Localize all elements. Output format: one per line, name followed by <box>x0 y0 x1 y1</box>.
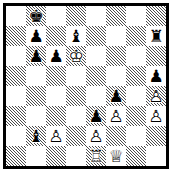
square-a3[interactable] <box>6 106 26 126</box>
square-e6[interactable] <box>86 46 106 66</box>
piece-glyph: ♚ <box>26 6 46 26</box>
square-b7[interactable]: ♟♟ <box>26 26 46 46</box>
piece-glyph: ♙ <box>106 106 126 126</box>
square-e1[interactable]: ♜♖ <box>86 146 106 166</box>
piece-glyph: ♟ <box>46 46 66 66</box>
white-rook[interactable]: ♜♖ <box>86 146 106 166</box>
square-g4[interactable] <box>126 86 146 106</box>
square-e4[interactable] <box>86 86 106 106</box>
piece-glyph: ♝ <box>26 126 46 146</box>
square-d3[interactable] <box>66 106 86 126</box>
square-g6[interactable] <box>126 46 146 66</box>
piece-glyph: ♟ <box>26 46 46 66</box>
square-c5[interactable] <box>46 66 66 86</box>
square-d6[interactable]: ♚♔ <box>66 46 86 66</box>
piece-glyph: ♔ <box>66 46 86 66</box>
square-a2[interactable] <box>6 126 26 146</box>
square-c7[interactable] <box>46 26 66 46</box>
square-a8[interactable] <box>6 6 26 26</box>
square-d7[interactable]: ♝♝ <box>66 26 86 46</box>
square-b4[interactable] <box>26 86 46 106</box>
piece-glyph: ♟ <box>146 66 166 86</box>
square-c8[interactable] <box>46 6 66 26</box>
square-f4[interactable]: ♟♟ <box>106 86 126 106</box>
piece-glyph: ♟ <box>26 26 46 46</box>
black-pawn[interactable]: ♟♟ <box>46 46 66 66</box>
square-d5[interactable] <box>66 66 86 86</box>
black-king[interactable]: ♚♚ <box>26 6 46 26</box>
piece-glyph: ♜ <box>146 26 166 46</box>
square-f7[interactable] <box>106 26 126 46</box>
piece-glyph: ♙ <box>46 126 66 146</box>
square-b5[interactable] <box>26 66 46 86</box>
square-b1[interactable] <box>26 146 46 166</box>
square-c2[interactable]: ♟♙ <box>46 126 66 146</box>
square-e2[interactable]: ♟♙ <box>86 126 106 146</box>
square-a7[interactable] <box>6 26 26 46</box>
square-b8[interactable]: ♚♚ <box>26 6 46 26</box>
square-c1[interactable] <box>46 146 66 166</box>
square-f3[interactable]: ♟♙ <box>106 106 126 126</box>
square-g8[interactable] <box>126 6 146 26</box>
square-b6[interactable]: ♟♟ <box>26 46 46 66</box>
square-h2[interactable] <box>146 126 166 146</box>
square-g3[interactable] <box>126 106 146 126</box>
square-c6[interactable]: ♟♟ <box>46 46 66 66</box>
black-pawn[interactable]: ♟♟ <box>26 46 46 66</box>
white-pawn[interactable]: ♟♙ <box>146 106 166 126</box>
square-h6[interactable] <box>146 46 166 66</box>
black-bishop[interactable]: ♝♝ <box>66 26 86 46</box>
white-pawn[interactable]: ♟♙ <box>106 106 126 126</box>
square-d8[interactable] <box>66 6 86 26</box>
square-g2[interactable] <box>126 126 146 146</box>
piece-glyph: ♕ <box>106 146 126 166</box>
square-c4[interactable] <box>46 86 66 106</box>
square-h7[interactable]: ♜♜ <box>146 26 166 46</box>
piece-glyph: ♟ <box>106 86 126 106</box>
square-h8[interactable] <box>146 6 166 26</box>
black-pawn[interactable]: ♟♟ <box>106 86 126 106</box>
square-e7[interactable] <box>86 26 106 46</box>
square-d4[interactable] <box>66 86 86 106</box>
piece-glyph: ♙ <box>146 86 166 106</box>
board-frame: ♚♚♟♟♝♝♜♜♟♟♟♟♚♔♟♟♟♟♟♙♟♟♟♙♟♙♝♝♟♙♟♙♜♖♛♕ <box>3 3 169 169</box>
square-d1[interactable] <box>66 146 86 166</box>
square-b3[interactable] <box>26 106 46 126</box>
black-pawn[interactable]: ♟♟ <box>26 26 46 46</box>
square-h4[interactable]: ♟♙ <box>146 86 166 106</box>
square-h3[interactable]: ♟♙ <box>146 106 166 126</box>
square-e3[interactable]: ♟♟ <box>86 106 106 126</box>
square-a1[interactable] <box>6 146 26 166</box>
white-queen[interactable]: ♛♕ <box>106 146 126 166</box>
black-bishop[interactable]: ♝♝ <box>26 126 46 146</box>
square-h1[interactable] <box>146 146 166 166</box>
square-g1[interactable] <box>126 146 146 166</box>
white-pawn[interactable]: ♟♙ <box>46 126 66 146</box>
square-f1[interactable]: ♛♕ <box>106 146 126 166</box>
square-g5[interactable] <box>126 66 146 86</box>
square-a6[interactable] <box>6 46 26 66</box>
piece-glyph: ♝ <box>66 26 86 46</box>
square-c3[interactable] <box>46 106 66 126</box>
square-d2[interactable] <box>66 126 86 146</box>
square-f5[interactable] <box>106 66 126 86</box>
square-a4[interactable] <box>6 86 26 106</box>
piece-glyph: ♖ <box>86 146 106 166</box>
piece-glyph: ♟ <box>86 106 106 126</box>
square-f8[interactable] <box>106 6 126 26</box>
black-pawn[interactable]: ♟♟ <box>146 66 166 86</box>
white-pawn[interactable]: ♟♙ <box>86 126 106 146</box>
white-pawn[interactable]: ♟♙ <box>146 86 166 106</box>
square-f2[interactable] <box>106 126 126 146</box>
square-f6[interactable] <box>106 46 126 66</box>
black-rook[interactable]: ♜♜ <box>146 26 166 46</box>
square-a5[interactable] <box>6 66 26 86</box>
black-pawn[interactable]: ♟♟ <box>86 106 106 126</box>
square-b2[interactable]: ♝♝ <box>26 126 46 146</box>
square-e8[interactable] <box>86 6 106 26</box>
square-g7[interactable] <box>126 26 146 46</box>
square-e5[interactable] <box>86 66 106 86</box>
piece-glyph: ♙ <box>146 106 166 126</box>
piece-glyph: ♙ <box>86 126 106 146</box>
white-king[interactable]: ♚♔ <box>66 46 86 66</box>
chess-board: ♚♚♟♟♝♝♜♜♟♟♟♟♚♔♟♟♟♟♟♙♟♟♟♙♟♙♝♝♟♙♟♙♜♖♛♕ <box>6 6 166 166</box>
square-h5[interactable]: ♟♟ <box>146 66 166 86</box>
chessboard-diagram: ♚♚♟♟♝♝♜♜♟♟♟♟♚♔♟♟♟♟♟♙♟♟♟♙♟♙♝♝♟♙♟♙♜♖♛♕ <box>0 0 172 172</box>
